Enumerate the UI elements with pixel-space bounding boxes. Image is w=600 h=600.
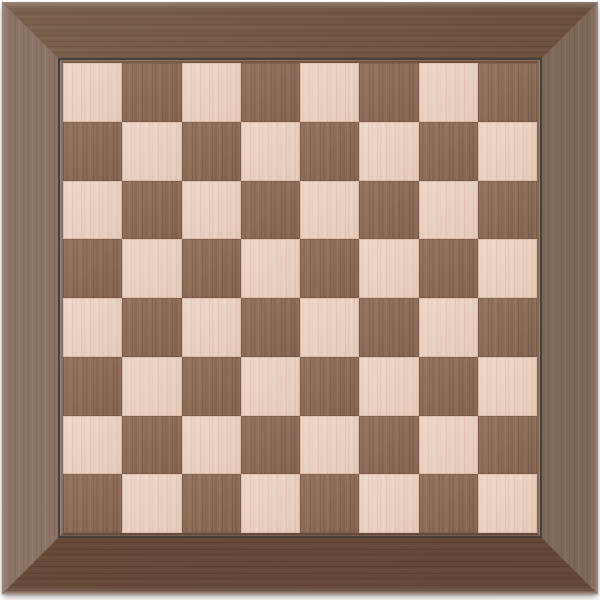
board-photo [0,0,600,600]
square-a1 [63,474,122,533]
square-h5 [478,239,537,298]
square-b1 [122,474,181,533]
square-a2 [63,416,122,475]
square-c6 [182,181,241,240]
square-d2 [241,416,300,475]
square-g6 [419,181,478,240]
square-g7 [419,122,478,181]
square-f8 [359,63,418,122]
square-a3 [63,357,122,416]
square-f3 [359,357,418,416]
square-e2 [300,416,359,475]
square-a4 [63,298,122,357]
square-a7 [63,122,122,181]
square-a5 [63,239,122,298]
square-h3 [478,357,537,416]
square-g4 [419,298,478,357]
square-e4 [300,298,359,357]
square-g5 [419,239,478,298]
square-c7 [182,122,241,181]
square-c3 [182,357,241,416]
square-d1 [241,474,300,533]
square-c1 [182,474,241,533]
square-e7 [300,122,359,181]
square-c2 [182,416,241,475]
square-h8 [478,63,537,122]
square-e1 [300,474,359,533]
square-g2 [419,416,478,475]
square-b4 [122,298,181,357]
square-f6 [359,181,418,240]
square-b7 [122,122,181,181]
square-b6 [122,181,181,240]
square-d6 [241,181,300,240]
square-e5 [300,239,359,298]
square-d8 [241,63,300,122]
square-b2 [122,416,181,475]
square-f4 [359,298,418,357]
square-c8 [182,63,241,122]
playing-area [63,63,537,533]
square-f7 [359,122,418,181]
square-d7 [241,122,300,181]
square-d4 [241,298,300,357]
chess-board [2,2,598,594]
square-f2 [359,416,418,475]
square-e3 [300,357,359,416]
square-e8 [300,63,359,122]
square-c5 [182,239,241,298]
square-e6 [300,181,359,240]
square-f1 [359,474,418,533]
square-g8 [419,63,478,122]
square-h4 [478,298,537,357]
square-b3 [122,357,181,416]
square-h6 [478,181,537,240]
square-a6 [63,181,122,240]
square-b5 [122,239,181,298]
square-d3 [241,357,300,416]
square-h1 [478,474,537,533]
square-h2 [478,416,537,475]
square-g3 [419,357,478,416]
square-c4 [182,298,241,357]
square-g1 [419,474,478,533]
square-a8 [63,63,122,122]
square-b8 [122,63,181,122]
square-d5 [241,239,300,298]
square-f5 [359,239,418,298]
square-h7 [478,122,537,181]
